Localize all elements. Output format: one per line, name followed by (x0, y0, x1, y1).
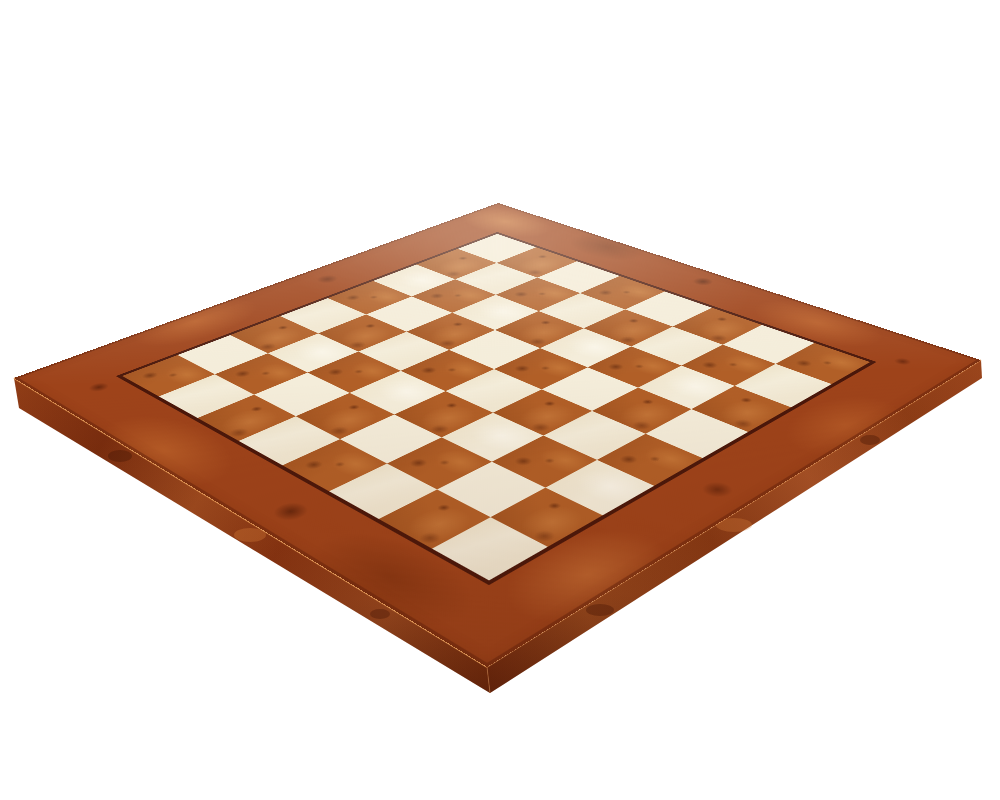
chessboard-product-photo (0, 0, 1000, 800)
